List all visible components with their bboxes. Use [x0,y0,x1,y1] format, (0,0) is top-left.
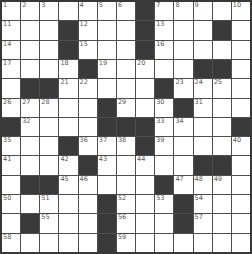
clue-number-28: 28 [41,99,49,106]
cell-r13c3[interactable] [40,234,58,252]
black-cell-r13c6 [98,234,116,252]
cell-r13c4[interactable] [59,234,77,252]
cell-r11c12[interactable] [213,195,231,213]
cell-r10c5[interactable]: 46 [79,176,97,194]
cell-r9c8[interactable]: 44 [136,156,154,174]
cell-r1c11[interactable]: 9 [194,2,212,20]
cell-r13c8[interactable] [136,234,154,252]
cell-r9c6[interactable]: 43 [98,156,116,174]
cell-r4c1[interactable]: 17 [2,60,20,78]
cell-r5c13[interactable] [232,79,250,97]
black-cell-r7c1 [2,118,20,136]
cell-r6c11[interactable]: 31 [194,99,212,117]
cell-r1c1[interactable]: 1 [2,2,20,20]
cell-r4c10[interactable] [174,60,192,78]
black-cell-r3c8 [136,41,154,59]
cell-r5c1[interactable] [2,79,20,97]
clue-number-40: 40 [233,137,241,144]
clue-number-39: 39 [156,137,164,144]
black-cell-r7c7 [117,118,135,136]
black-cell-r11c6 [98,195,116,213]
clue-number-16: 16 [156,41,164,48]
cell-r5c5[interactable]: 22 [79,79,97,97]
cell-r3c3[interactable] [40,41,58,59]
cell-r12c9[interactable] [155,214,173,232]
cell-r10c6[interactable] [98,176,116,194]
black-cell-r6c10 [174,99,192,117]
cell-r8c12[interactable] [213,137,231,155]
cell-r7c11[interactable] [194,118,212,136]
black-cell-r10c2 [21,176,39,194]
cell-r9c4[interactable]: 42 [59,156,77,174]
clue-number-59: 59 [118,234,126,241]
cell-r1c13[interactable]: 10 [232,2,250,20]
cell-r5c7[interactable] [117,79,135,97]
cell-r8c7[interactable]: 38 [117,137,135,155]
cell-r3c13[interactable] [232,41,250,59]
cell-r11c1[interactable]: 50 [2,195,20,213]
clue-number-7: 7 [156,2,160,9]
cell-r13c5[interactable] [79,234,97,252]
black-cell-r11c10 [174,195,192,213]
cell-r11c2[interactable] [21,195,39,213]
cell-r3c1[interactable]: 14 [2,41,20,59]
clue-number-53: 53 [156,195,164,202]
black-cell-r2c12 [213,21,231,39]
clue-number-4: 4 [80,2,84,9]
cell-r7c3[interactable] [40,118,58,136]
cell-r2c10[interactable] [174,21,192,39]
cell-r7c2[interactable]: 32 [21,118,39,136]
black-cell-r9c11 [194,156,212,174]
clue-number-5: 5 [99,2,103,9]
cell-r9c2[interactable] [21,156,39,174]
clue-number-54: 54 [195,195,203,202]
clue-number-24: 24 [195,79,203,86]
cell-r8c9[interactable]: 39 [155,137,173,155]
cell-r8c11[interactable] [194,137,212,155]
cell-r13c7[interactable]: 59 [117,234,135,252]
clue-number-12: 12 [80,21,88,28]
black-cell-r2c4 [59,21,77,39]
clue-number-37: 37 [99,137,107,144]
cell-r2c6[interactable] [98,21,116,39]
cell-r8c13[interactable]: 40 [232,137,250,155]
cell-r1c7[interactable]: 6 [117,2,135,20]
cell-r6c7[interactable]: 29 [117,99,135,117]
crossword-grid: 1234567891011121314151617181920212223242… [0,0,252,254]
clue-number-43: 43 [99,156,107,163]
black-cell-r10c9 [155,176,173,194]
cell-r11c11[interactable]: 54 [194,195,212,213]
black-cell-r8c8 [136,137,154,155]
clue-number-19: 19 [99,60,107,67]
cell-r6c5[interactable] [79,99,97,117]
cell-r3c7[interactable] [117,41,135,59]
cell-r4c8[interactable]: 20 [136,60,154,78]
cell-r9c9[interactable] [155,156,173,174]
cell-r7c10[interactable]: 34 [174,118,192,136]
clue-number-9: 9 [195,2,199,9]
cell-r10c13[interactable] [232,176,250,194]
clue-number-49: 49 [214,176,222,183]
cell-r13c13[interactable] [232,234,250,252]
cell-r3c6[interactable] [98,41,116,59]
clue-number-3: 3 [41,2,45,9]
cell-r11c9[interactable]: 53 [155,195,173,213]
cell-r1c12[interactable] [213,2,231,20]
clue-number-22: 22 [80,79,88,86]
cell-r3c2[interactable] [21,41,39,59]
clue-number-29: 29 [118,99,126,106]
cell-r4c6[interactable]: 19 [98,60,116,78]
black-cell-r6c6 [98,99,116,117]
clue-number-51: 51 [41,195,49,202]
cell-r12c5[interactable] [79,214,97,232]
cell-r6c2[interactable]: 27 [21,99,39,117]
cell-r9c1[interactable]: 41 [2,156,20,174]
clue-number-26: 26 [3,99,11,106]
cell-r9c10[interactable] [174,156,192,174]
cell-r8c5[interactable]: 36 [79,137,97,155]
cell-r2c9[interactable]: 13 [155,21,173,39]
cell-r12c7[interactable]: 56 [117,214,135,232]
cell-r10c7[interactable] [117,176,135,194]
cell-r6c1[interactable]: 26 [2,99,20,117]
cell-r1c6[interactable]: 5 [98,2,116,20]
cell-r8c3[interactable] [40,137,58,155]
clue-number-33: 33 [156,118,164,125]
cell-r7c9[interactable]: 33 [155,118,173,136]
black-cell-r9c5 [79,156,97,174]
cell-r10c4[interactable]: 45 [59,176,77,194]
cell-r8c10[interactable] [174,137,192,155]
clue-number-1: 1 [3,2,7,9]
cell-r11c13[interactable] [232,195,250,213]
black-cell-r8c4 [59,137,77,155]
cell-r7c12[interactable] [213,118,231,136]
black-cell-r1c8 [136,2,154,20]
cell-r12c12[interactable] [213,214,231,232]
clue-number-44: 44 [137,156,145,163]
cell-r7c5[interactable] [79,118,97,136]
clue-number-10: 10 [233,2,241,9]
clue-number-23: 23 [175,79,183,86]
cell-r12c8[interactable] [136,214,154,232]
black-cell-r2c8 [136,21,154,39]
black-cell-r12c6 [98,214,116,232]
cell-r6c8[interactable] [136,99,154,117]
cell-r4c7[interactable] [117,60,135,78]
cell-r2c1[interactable]: 11 [2,21,20,39]
clue-number-25: 25 [214,79,222,86]
black-cell-r10c3 [40,176,58,194]
clue-number-20: 20 [137,60,145,67]
cell-r1c4[interactable] [59,2,77,20]
cell-r6c4[interactable] [59,99,77,117]
cell-r1c3[interactable]: 3 [40,2,58,20]
cell-r10c12[interactable]: 49 [213,176,231,194]
cell-r6c13[interactable] [232,99,250,117]
clue-number-36: 36 [80,137,88,144]
black-cell-r4c5 [79,60,97,78]
cell-r13c11[interactable] [194,234,212,252]
clue-number-14: 14 [3,41,11,48]
clue-number-52: 52 [118,195,126,202]
black-cell-r5c2 [21,79,39,97]
clue-number-48: 48 [195,176,203,183]
black-cell-r7c13 [232,118,250,136]
cell-r3c9[interactable]: 16 [155,41,173,59]
cell-r13c12[interactable] [213,234,231,252]
clue-number-30: 30 [156,99,164,106]
cell-r9c7[interactable] [117,156,135,174]
black-cell-r7c6 [98,118,116,136]
cell-r3c12[interactable] [213,41,231,59]
clue-number-32: 32 [22,118,30,125]
clue-number-21: 21 [60,79,68,86]
cell-r11c4[interactable] [59,195,77,213]
cell-r13c9[interactable] [155,234,173,252]
cell-r11c7[interactable]: 52 [117,195,135,213]
clue-number-50: 50 [3,195,11,202]
cell-r12c1[interactable] [2,214,20,232]
black-cell-r9c12 [213,156,231,174]
cell-r1c5[interactable]: 4 [79,2,97,20]
cell-r9c3[interactable] [40,156,58,174]
cell-r13c1[interactable]: 58 [2,234,20,252]
cell-r9c13[interactable] [232,156,250,174]
cell-r10c10[interactable]: 47 [174,176,192,194]
cell-r8c1[interactable]: 35 [2,137,20,155]
cell-r3c10[interactable] [174,41,192,59]
cell-r5c8[interactable] [136,79,154,97]
clue-number-45: 45 [60,176,68,183]
cell-r5c10[interactable]: 23 [174,79,192,97]
clue-number-15: 15 [80,41,88,48]
cell-r2c3[interactable] [40,21,58,39]
clue-number-38: 38 [118,137,126,144]
cell-r2c13[interactable] [232,21,250,39]
cell-r12c3[interactable]: 55 [40,214,58,232]
clue-number-27: 27 [22,99,30,106]
cell-r3c5[interactable]: 15 [79,41,97,59]
black-cell-r4c12 [213,60,231,78]
cell-r5c6[interactable] [98,79,116,97]
clue-number-34: 34 [175,118,183,125]
cell-r10c1[interactable] [2,176,20,194]
cell-r7c4[interactable] [59,118,77,136]
black-cell-r4c11 [194,60,212,78]
cell-r8c2[interactable] [21,137,39,155]
cell-r12c4[interactable] [59,214,77,232]
clue-number-11: 11 [3,21,11,28]
clue-number-55: 55 [41,214,49,221]
cell-r4c9[interactable] [155,60,173,78]
clue-number-46: 46 [80,176,88,183]
clue-number-31: 31 [195,99,203,106]
cell-r4c2[interactable] [21,60,39,78]
clue-number-2: 2 [22,2,26,9]
clue-number-17: 17 [3,60,11,67]
clue-number-42: 42 [60,156,68,163]
black-cell-r5c3 [40,79,58,97]
black-cell-r12c2 [21,214,39,232]
clue-number-47: 47 [175,176,183,183]
cell-r4c13[interactable] [232,60,250,78]
cell-r13c2[interactable] [21,234,39,252]
cell-r4c4[interactable]: 18 [59,60,77,78]
cell-r1c10[interactable]: 8 [174,2,192,20]
cell-r10c8[interactable] [136,176,154,194]
cell-r12c13[interactable] [232,214,250,232]
cell-r2c7[interactable] [117,21,135,39]
clue-number-35: 35 [3,137,11,144]
cell-r11c5[interactable] [79,195,97,213]
cell-r5c4[interactable]: 21 [59,79,77,97]
cell-r6c3[interactable]: 28 [40,99,58,117]
cell-r6c12[interactable] [213,99,231,117]
black-cell-r3c4 [59,41,77,59]
cell-r11c8[interactable] [136,195,154,213]
clue-number-57: 57 [195,214,203,221]
cell-r2c5[interactable]: 12 [79,21,97,39]
cell-r13c10[interactable] [174,234,192,252]
cell-r1c9[interactable]: 7 [155,2,173,20]
cell-r2c11[interactable] [194,21,212,39]
clue-number-8: 8 [175,2,179,9]
cell-r5c11[interactable]: 24 [194,79,212,97]
cell-r5c12[interactable]: 25 [213,79,231,97]
cell-r11c3[interactable]: 51 [40,195,58,213]
cell-r1c2[interactable]: 2 [21,2,39,20]
cell-r8c6[interactable]: 37 [98,137,116,155]
cell-r2c2[interactable] [21,21,39,39]
clue-number-41: 41 [3,156,11,163]
cell-r12c11[interactable]: 57 [194,214,212,232]
clue-number-6: 6 [118,2,122,9]
clue-number-56: 56 [118,214,126,221]
black-cell-r5c9 [155,79,173,97]
clue-number-58: 58 [3,234,11,241]
cell-r6c9[interactable]: 30 [155,99,173,117]
cell-r4c3[interactable] [40,60,58,78]
black-cell-r12c10 [174,214,192,232]
cell-r10c11[interactable]: 48 [194,176,212,194]
black-cell-r7c8 [136,118,154,136]
clue-number-13: 13 [156,21,164,28]
cell-r3c11[interactable] [194,41,212,59]
clue-number-18: 18 [60,60,68,67]
